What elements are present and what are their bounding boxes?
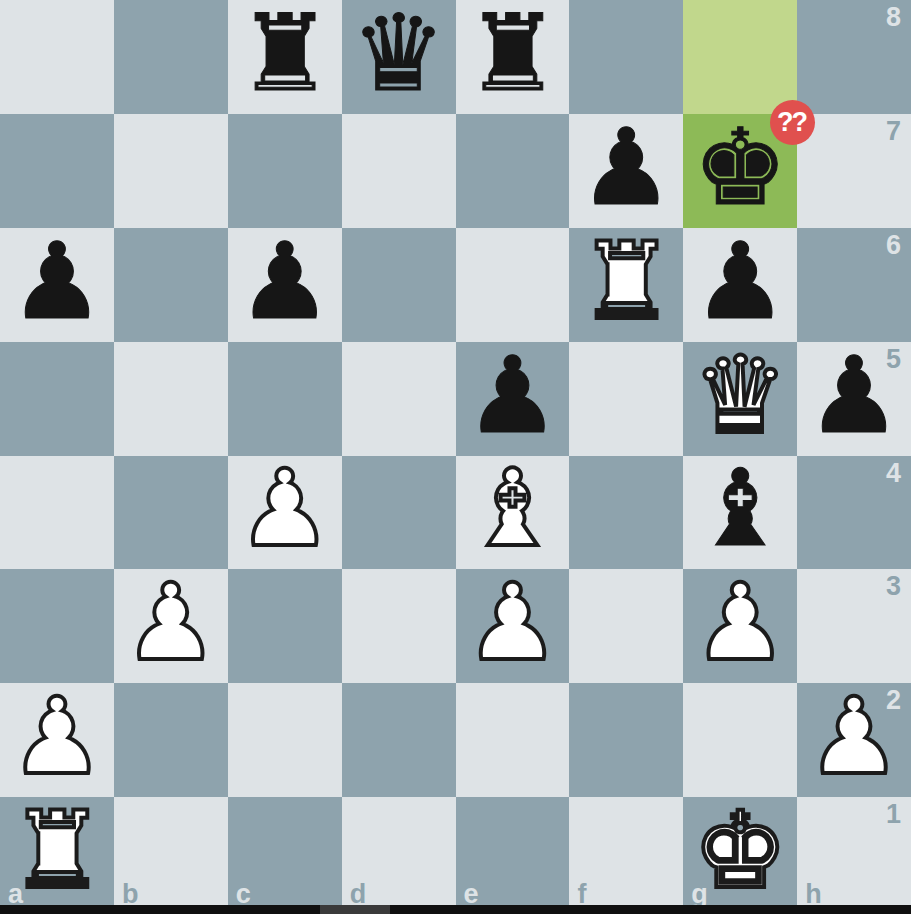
rank-label-7: 7 — [886, 118, 901, 145]
file-label-f: f — [577, 881, 586, 908]
black-pawn[interactable]: ♟ — [693, 229, 788, 335]
square-h8[interactable]: 8 — [797, 0, 911, 114]
square-e2[interactable] — [456, 683, 570, 797]
white-rook[interactable]: ♜ — [9, 798, 104, 904]
square-d5[interactable] — [342, 342, 456, 456]
white-pawn[interactable]: ♟ — [9, 684, 104, 790]
square-a3[interactable] — [0, 569, 114, 683]
white-pawn[interactable]: ♟ — [237, 456, 332, 562]
square-b6[interactable] — [114, 228, 228, 342]
bottom-bar — [0, 905, 911, 914]
black-pawn[interactable]: ♟ — [9, 229, 104, 335]
square-d8[interactable]: ♛ — [342, 0, 456, 114]
square-h2[interactable]: ♟2 — [797, 683, 911, 797]
square-g3[interactable]: ♟ — [683, 569, 797, 683]
white-pawn[interactable]: ♟ — [465, 570, 560, 676]
square-g6[interactable]: ♟ — [683, 228, 797, 342]
square-f4[interactable] — [569, 456, 683, 570]
black-queen[interactable]: ♛ — [351, 1, 446, 107]
square-d3[interactable] — [342, 569, 456, 683]
square-e5[interactable]: ♟ — [456, 342, 570, 456]
square-b8[interactable] — [114, 0, 228, 114]
square-d4[interactable] — [342, 456, 456, 570]
square-c5[interactable] — [228, 342, 342, 456]
chess-board-panel: ♜♛♜8♟♚7♟♟♜♟6♟♛♟5♟♝♝4♟♟♟3♟♟2♜abcdef♚gh1 ?… — [0, 0, 911, 914]
square-h6[interactable]: 6 — [797, 228, 911, 342]
square-g4[interactable]: ♝ — [683, 456, 797, 570]
file-label-d: d — [350, 881, 367, 908]
square-a2[interactable]: ♟ — [0, 683, 114, 797]
square-c3[interactable] — [228, 569, 342, 683]
blunder-badge-label: ?? — [777, 107, 806, 138]
square-c4[interactable]: ♟ — [228, 456, 342, 570]
file-label-g: g — [691, 881, 708, 908]
square-h4[interactable]: 4 — [797, 456, 911, 570]
square-a7[interactable] — [0, 114, 114, 228]
square-d2[interactable] — [342, 683, 456, 797]
square-b3[interactable]: ♟ — [114, 569, 228, 683]
square-a8[interactable] — [0, 0, 114, 114]
file-label-b: b — [122, 881, 139, 908]
square-c7[interactable] — [228, 114, 342, 228]
black-pawn[interactable]: ♟ — [237, 229, 332, 335]
square-b7[interactable] — [114, 114, 228, 228]
file-label-h: h — [805, 881, 822, 908]
square-f7[interactable]: ♟ — [569, 114, 683, 228]
white-pawn[interactable]: ♟ — [693, 570, 788, 676]
white-pawn[interactable]: ♟ — [123, 570, 218, 676]
square-d7[interactable] — [342, 114, 456, 228]
white-bishop[interactable]: ♝ — [465, 456, 560, 562]
black-rook[interactable]: ♜ — [237, 1, 332, 107]
rank-label-4: 4 — [886, 460, 901, 487]
square-g8[interactable] — [683, 0, 797, 114]
square-d6[interactable] — [342, 228, 456, 342]
square-f1[interactable]: f — [569, 797, 683, 911]
white-queen[interactable]: ♛ — [693, 343, 788, 449]
blunder-badge: ?? — [770, 100, 815, 145]
file-label-a: a — [8, 881, 23, 908]
rank-label-6: 6 — [886, 232, 901, 259]
square-e3[interactable]: ♟ — [456, 569, 570, 683]
square-a1[interactable]: ♜a — [0, 797, 114, 911]
white-rook[interactable]: ♜ — [579, 229, 674, 335]
rank-label-1: 1 — [886, 801, 901, 828]
square-e7[interactable] — [456, 114, 570, 228]
rank-label-2: 2 — [886, 687, 901, 714]
square-a5[interactable] — [0, 342, 114, 456]
bottom-bar-segment — [320, 905, 390, 914]
square-f2[interactable] — [569, 683, 683, 797]
square-a6[interactable]: ♟ — [0, 228, 114, 342]
rank-label-5: 5 — [886, 346, 901, 373]
file-label-e: e — [464, 881, 479, 908]
square-h5[interactable]: ♟5 — [797, 342, 911, 456]
square-g1[interactable]: ♚g — [683, 797, 797, 911]
square-d1[interactable]: d — [342, 797, 456, 911]
square-e1[interactable]: e — [456, 797, 570, 911]
square-b4[interactable] — [114, 456, 228, 570]
square-c8[interactable]: ♜ — [228, 0, 342, 114]
black-pawn[interactable]: ♟ — [579, 115, 674, 221]
square-f6[interactable]: ♜ — [569, 228, 683, 342]
square-c2[interactable] — [228, 683, 342, 797]
square-c1[interactable]: c — [228, 797, 342, 911]
square-e6[interactable] — [456, 228, 570, 342]
black-rook[interactable]: ♜ — [465, 1, 560, 107]
rank-label-8: 8 — [886, 4, 901, 31]
square-b1[interactable]: b — [114, 797, 228, 911]
file-label-c: c — [236, 881, 251, 908]
square-h1[interactable]: h1 — [797, 797, 911, 911]
black-bishop[interactable]: ♝ — [693, 456, 788, 562]
square-e8[interactable]: ♜ — [456, 0, 570, 114]
rank-label-3: 3 — [886, 573, 901, 600]
square-g2[interactable] — [683, 683, 797, 797]
black-pawn[interactable]: ♟ — [465, 343, 560, 449]
square-h7[interactable]: 7 — [797, 114, 911, 228]
square-c6[interactable]: ♟ — [228, 228, 342, 342]
square-g5[interactable]: ♛ — [683, 342, 797, 456]
square-h3[interactable]: 3 — [797, 569, 911, 683]
square-b5[interactable] — [114, 342, 228, 456]
square-f5[interactable] — [569, 342, 683, 456]
square-f3[interactable] — [569, 569, 683, 683]
square-f8[interactable] — [569, 0, 683, 114]
square-a4[interactable] — [0, 456, 114, 570]
square-e4[interactable]: ♝ — [456, 456, 570, 570]
square-b2[interactable] — [114, 683, 228, 797]
